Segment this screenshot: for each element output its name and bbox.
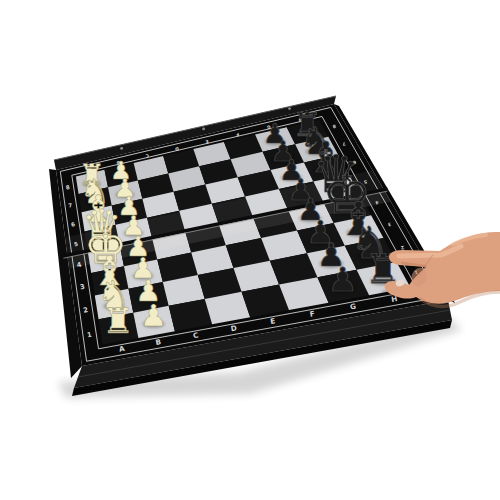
piece-white-pawn-b1[interactable]: ♟ — [140, 298, 167, 333]
piece-black-pawn-g1[interactable]: ♟ — [328, 260, 358, 299]
chess-set-photo: AABBCCDDEEFFGGHH1122334455667788♜♟♞♟♝♟♟♜… — [0, 0, 500, 500]
piece-white-rook-a1[interactable]: ♜ — [102, 300, 133, 341]
chess-board-photo: AABBCCDDEEFFGGHH1122334455667788♜♟♞♟♝♟♟♜… — [0, 0, 500, 500]
